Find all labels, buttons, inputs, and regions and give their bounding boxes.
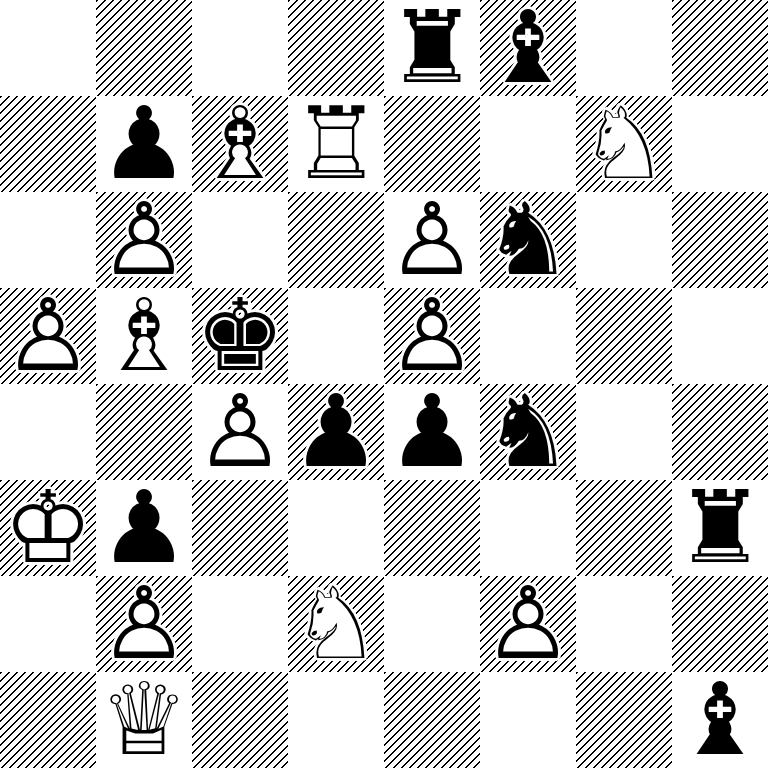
square-a2[interactable] [0, 576, 96, 672]
square-h1[interactable]: ♝♝ [672, 672, 768, 768]
black-knight-icon: ♞ [480, 192, 576, 288]
square-e6[interactable]: ♟♙ [384, 192, 480, 288]
chess-board: ♜♜♝♝♟♟♝♗♜♖♞♘♟♙♟♙♞♞♟♙♝♗♚♚♟♙♟♙♟♟♟♟♞♞♚♔♟♟♜♜… [0, 0, 768, 768]
square-g3[interactable] [576, 480, 672, 576]
square-f4[interactable]: ♞♞ [480, 384, 576, 480]
white-pawn-halo: ♟ [384, 288, 480, 384]
square-h3[interactable]: ♜♜ [672, 480, 768, 576]
square-e7[interactable] [384, 96, 480, 192]
white-queen-icon: ♕ [96, 672, 192, 768]
white-pawn-icon: ♙ [192, 384, 288, 480]
black-king-halo: ♚ [192, 288, 288, 384]
black-pawn-icon: ♟ [384, 384, 480, 480]
square-a1[interactable] [0, 672, 96, 768]
white-pawn-icon: ♙ [384, 288, 480, 384]
white-pawn-halo: ♟ [96, 192, 192, 288]
square-f7[interactable] [480, 96, 576, 192]
square-a6[interactable] [0, 192, 96, 288]
white-bishop-halo: ♝ [96, 288, 192, 384]
white-bishop-icon: ♗ [192, 96, 288, 192]
square-g8[interactable] [576, 0, 672, 96]
square-e5[interactable]: ♟♙ [384, 288, 480, 384]
square-h5[interactable] [672, 288, 768, 384]
black-pawn-icon: ♟ [96, 96, 192, 192]
white-pawn-icon: ♙ [96, 192, 192, 288]
square-h8[interactable] [672, 0, 768, 96]
square-g1[interactable] [576, 672, 672, 768]
square-f2[interactable]: ♟♙ [480, 576, 576, 672]
black-bishop-icon: ♝ [480, 0, 576, 96]
white-pawn-icon: ♙ [96, 576, 192, 672]
square-c1[interactable] [192, 672, 288, 768]
black-knight-halo: ♞ [480, 192, 576, 288]
white-pawn-icon: ♙ [480, 576, 576, 672]
square-e1[interactable] [384, 672, 480, 768]
black-pawn-icon: ♟ [96, 480, 192, 576]
white-knight-halo: ♞ [576, 96, 672, 192]
square-c3[interactable] [192, 480, 288, 576]
black-rook-halo: ♜ [672, 480, 768, 576]
square-c6[interactable] [192, 192, 288, 288]
square-f5[interactable] [480, 288, 576, 384]
square-f8[interactable]: ♝♝ [480, 0, 576, 96]
white-pawn-halo: ♟ [384, 192, 480, 288]
white-knight-icon: ♘ [576, 96, 672, 192]
black-pawn-halo: ♟ [288, 384, 384, 480]
square-h4[interactable] [672, 384, 768, 480]
black-knight-halo: ♞ [480, 384, 576, 480]
square-b8[interactable] [96, 0, 192, 96]
black-bishop-icon: ♝ [672, 672, 768, 768]
square-a4[interactable] [0, 384, 96, 480]
white-pawn-halo: ♟ [0, 288, 96, 384]
square-b2[interactable]: ♟♙ [96, 576, 192, 672]
square-g5[interactable] [576, 288, 672, 384]
white-pawn-icon: ♙ [384, 192, 480, 288]
black-pawn-halo: ♟ [96, 480, 192, 576]
white-rook-icon: ♖ [288, 96, 384, 192]
square-c8[interactable] [192, 0, 288, 96]
square-c4[interactable]: ♟♙ [192, 384, 288, 480]
square-d3[interactable] [288, 480, 384, 576]
white-pawn-halo: ♟ [480, 576, 576, 672]
square-e2[interactable] [384, 576, 480, 672]
square-d1[interactable] [288, 672, 384, 768]
white-bishop-icon: ♗ [96, 288, 192, 384]
square-d2[interactable]: ♞♘ [288, 576, 384, 672]
square-d4[interactable]: ♟♟ [288, 384, 384, 480]
black-bishop-halo: ♝ [480, 0, 576, 96]
square-h7[interactable] [672, 96, 768, 192]
white-queen-halo: ♛ [96, 672, 192, 768]
square-a5[interactable]: ♟♙ [0, 288, 96, 384]
black-rook-halo: ♜ [384, 0, 480, 96]
square-b7[interactable]: ♟♟ [96, 96, 192, 192]
square-d6[interactable] [288, 192, 384, 288]
square-e8[interactable]: ♜♜ [384, 0, 480, 96]
black-bishop-halo: ♝ [672, 672, 768, 768]
white-knight-halo: ♞ [288, 576, 384, 672]
square-g2[interactable] [576, 576, 672, 672]
square-c7[interactable]: ♝♗ [192, 96, 288, 192]
black-rook-icon: ♜ [384, 0, 480, 96]
square-g4[interactable] [576, 384, 672, 480]
white-pawn-icon: ♙ [0, 288, 96, 384]
square-e4[interactable]: ♟♟ [384, 384, 480, 480]
square-b5[interactable]: ♝♗ [96, 288, 192, 384]
square-h2[interactable] [672, 576, 768, 672]
square-b4[interactable] [96, 384, 192, 480]
square-b3[interactable]: ♟♟ [96, 480, 192, 576]
square-g7[interactable]: ♞♘ [576, 96, 672, 192]
white-knight-icon: ♘ [288, 576, 384, 672]
square-a8[interactable] [0, 0, 96, 96]
square-e3[interactable] [384, 480, 480, 576]
square-d7[interactable]: ♜♖ [288, 96, 384, 192]
square-c5[interactable]: ♚♚ [192, 288, 288, 384]
black-pawn-icon: ♟ [288, 384, 384, 480]
white-bishop-halo: ♝ [192, 96, 288, 192]
square-h6[interactable] [672, 192, 768, 288]
black-knight-icon: ♞ [480, 384, 576, 480]
black-pawn-halo: ♟ [96, 96, 192, 192]
white-rook-halo: ♜ [288, 96, 384, 192]
white-king-halo: ♚ [0, 480, 96, 576]
square-b1[interactable]: ♛♕ [96, 672, 192, 768]
square-g6[interactable] [576, 192, 672, 288]
black-rook-icon: ♜ [672, 480, 768, 576]
square-c2[interactable] [192, 576, 288, 672]
square-a3[interactable]: ♚♔ [0, 480, 96, 576]
white-king-icon: ♔ [0, 480, 96, 576]
white-pawn-halo: ♟ [96, 576, 192, 672]
square-f6[interactable]: ♞♞ [480, 192, 576, 288]
square-a7[interactable] [0, 96, 96, 192]
black-pawn-halo: ♟ [384, 384, 480, 480]
square-d5[interactable] [288, 288, 384, 384]
square-f1[interactable] [480, 672, 576, 768]
square-d8[interactable] [288, 0, 384, 96]
square-f3[interactable] [480, 480, 576, 576]
white-pawn-halo: ♟ [192, 384, 288, 480]
square-b6[interactable]: ♟♙ [96, 192, 192, 288]
black-king-icon: ♚ [192, 288, 288, 384]
